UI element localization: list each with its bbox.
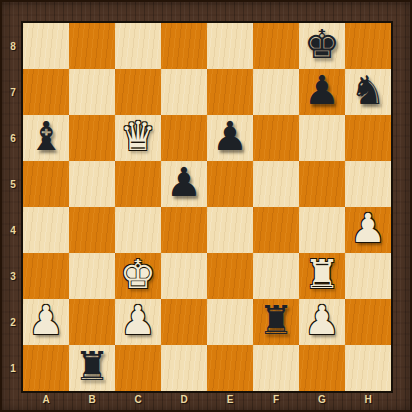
square-e5[interactable] xyxy=(207,161,253,207)
square-c4[interactable] xyxy=(115,207,161,253)
square-b7[interactable] xyxy=(69,69,115,115)
square-d5[interactable]: ♟ xyxy=(161,161,207,207)
square-d8[interactable] xyxy=(161,23,207,69)
rank-label-6: 6 xyxy=(3,115,23,161)
black-pawn-e6[interactable]: ♟ xyxy=(212,113,248,159)
white-rook-g3[interactable]: ♜ xyxy=(304,251,340,297)
square-d3[interactable] xyxy=(161,253,207,299)
white-pawn-c2[interactable]: ♟ xyxy=(120,297,156,343)
square-h5[interactable] xyxy=(345,161,391,207)
chess-diagram: ♚♟♞♝♛♟♟♟♚♜♟♟♜♟♜ 87654321ABCDEFGH xyxy=(0,0,412,412)
square-b3[interactable] xyxy=(69,253,115,299)
square-e7[interactable] xyxy=(207,69,253,115)
black-king-g8[interactable]: ♚ xyxy=(304,21,340,67)
chess-board: ♚♟♞♝♛♟♟♟♚♜♟♟♜♟♜ xyxy=(21,21,393,393)
square-g1[interactable] xyxy=(299,345,345,391)
square-a7[interactable] xyxy=(23,69,69,115)
rank-label-7: 7 xyxy=(3,69,23,115)
black-pawn-g7[interactable]: ♟ xyxy=(304,67,340,113)
square-f1[interactable] xyxy=(253,345,299,391)
rank-label-1: 1 xyxy=(3,345,23,391)
rank-label-4: 4 xyxy=(3,207,23,253)
square-a1[interactable] xyxy=(23,345,69,391)
square-g4[interactable] xyxy=(299,207,345,253)
square-g6[interactable] xyxy=(299,115,345,161)
square-f4[interactable] xyxy=(253,207,299,253)
square-c8[interactable] xyxy=(115,23,161,69)
square-b6[interactable] xyxy=(69,115,115,161)
square-d6[interactable] xyxy=(161,115,207,161)
square-c6[interactable]: ♛ xyxy=(115,115,161,161)
square-e1[interactable] xyxy=(207,345,253,391)
square-a4[interactable] xyxy=(23,207,69,253)
square-h3[interactable] xyxy=(345,253,391,299)
square-f8[interactable] xyxy=(253,23,299,69)
square-c3[interactable]: ♚ xyxy=(115,253,161,299)
square-f2[interactable]: ♜ xyxy=(253,299,299,345)
square-b4[interactable] xyxy=(69,207,115,253)
square-c5[interactable] xyxy=(115,161,161,207)
black-pawn-d5[interactable]: ♟ xyxy=(166,159,202,205)
square-f7[interactable] xyxy=(253,69,299,115)
white-king-c3[interactable]: ♚ xyxy=(120,251,156,297)
file-label-h: H xyxy=(345,394,391,410)
square-g5[interactable] xyxy=(299,161,345,207)
rank-label-3: 3 xyxy=(3,253,23,299)
square-a2[interactable]: ♟ xyxy=(23,299,69,345)
square-g2[interactable]: ♟ xyxy=(299,299,345,345)
square-h1[interactable] xyxy=(345,345,391,391)
file-label-a: A xyxy=(23,394,69,410)
white-queen-c6[interactable]: ♛ xyxy=(120,113,156,159)
square-b1[interactable]: ♜ xyxy=(69,345,115,391)
square-b8[interactable] xyxy=(69,23,115,69)
square-b2[interactable] xyxy=(69,299,115,345)
file-label-g: G xyxy=(299,394,345,410)
rank-label-2: 2 xyxy=(3,299,23,345)
square-a8[interactable] xyxy=(23,23,69,69)
square-d4[interactable] xyxy=(161,207,207,253)
square-a6[interactable]: ♝ xyxy=(23,115,69,161)
white-pawn-g2[interactable]: ♟ xyxy=(304,297,340,343)
white-pawn-h4[interactable]: ♟ xyxy=(350,205,386,251)
square-e4[interactable] xyxy=(207,207,253,253)
square-d7[interactable] xyxy=(161,69,207,115)
file-label-f: F xyxy=(253,394,299,410)
square-c2[interactable]: ♟ xyxy=(115,299,161,345)
square-e3[interactable] xyxy=(207,253,253,299)
square-c1[interactable] xyxy=(115,345,161,391)
black-knight-h7[interactable]: ♞ xyxy=(350,67,386,113)
square-g7[interactable]: ♟ xyxy=(299,69,345,115)
square-h2[interactable] xyxy=(345,299,391,345)
square-e2[interactable] xyxy=(207,299,253,345)
square-f5[interactable] xyxy=(253,161,299,207)
square-e6[interactable]: ♟ xyxy=(207,115,253,161)
square-g8[interactable]: ♚ xyxy=(299,23,345,69)
square-f3[interactable] xyxy=(253,253,299,299)
square-c7[interactable] xyxy=(115,69,161,115)
square-h6[interactable] xyxy=(345,115,391,161)
black-rook-f2[interactable]: ♜ xyxy=(258,297,294,343)
white-pawn-a2[interactable]: ♟ xyxy=(28,297,64,343)
square-d2[interactable] xyxy=(161,299,207,345)
rank-label-8: 8 xyxy=(3,23,23,69)
square-h4[interactable]: ♟ xyxy=(345,207,391,253)
file-label-e: E xyxy=(207,394,253,410)
square-b5[interactable] xyxy=(69,161,115,207)
black-bishop-a6[interactable]: ♝ xyxy=(28,113,64,159)
square-d1[interactable] xyxy=(161,345,207,391)
square-a5[interactable] xyxy=(23,161,69,207)
square-e8[interactable] xyxy=(207,23,253,69)
file-label-c: C xyxy=(115,394,161,410)
square-a3[interactable] xyxy=(23,253,69,299)
square-g3[interactable]: ♜ xyxy=(299,253,345,299)
file-label-d: D xyxy=(161,394,207,410)
square-h8[interactable] xyxy=(345,23,391,69)
file-label-b: B xyxy=(69,394,115,410)
black-rook-b1[interactable]: ♜ xyxy=(74,343,110,389)
square-h7[interactable]: ♞ xyxy=(345,69,391,115)
rank-label-5: 5 xyxy=(3,161,23,207)
square-f6[interactable] xyxy=(253,115,299,161)
